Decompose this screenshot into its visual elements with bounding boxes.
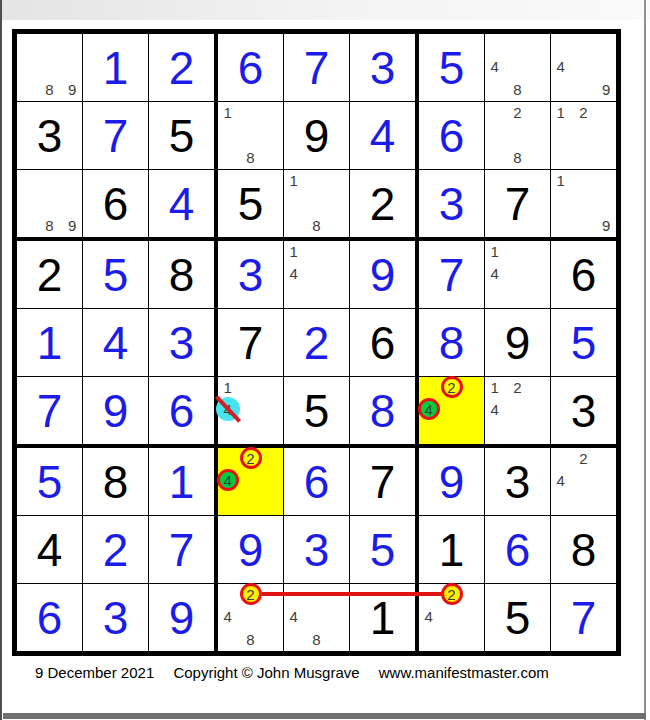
solved-digit: 4 bbox=[103, 320, 129, 366]
cell-r8c9[interactable]: 8 bbox=[551, 516, 616, 584]
cell-r9c2[interactable]: 3 bbox=[83, 584, 149, 651]
cell-r3c5[interactable]: 18 bbox=[284, 170, 350, 241]
cell-r4c7[interactable]: 7 bbox=[419, 241, 485, 309]
candidate-4: 4 bbox=[290, 265, 298, 282]
candidate-9: 9 bbox=[68, 80, 76, 97]
cell-r7c6[interactable]: 7 bbox=[350, 448, 419, 516]
cell-r9c8[interactable]: 5 bbox=[485, 584, 551, 651]
candidate-4: 4 bbox=[557, 58, 565, 75]
solved-digit: 5 bbox=[370, 527, 396, 573]
cell-r6c3[interactable]: 6 bbox=[149, 377, 218, 448]
solved-digit: 7 bbox=[103, 113, 129, 159]
given-digit: 5 bbox=[304, 388, 330, 434]
solved-digit: 6 bbox=[238, 45, 264, 91]
cell-r6c1[interactable]: 7 bbox=[17, 377, 83, 448]
candidate-1: 1 bbox=[290, 172, 298, 189]
cell-r4c8[interactable]: 14 bbox=[485, 241, 551, 309]
solved-digit: 3 bbox=[370, 45, 396, 91]
cell-r3c7[interactable]: 3 bbox=[419, 170, 485, 241]
candidate-1: 1 bbox=[557, 104, 565, 121]
solved-digit: 2 bbox=[304, 320, 330, 366]
cell-r7c9[interactable]: 24 bbox=[551, 448, 616, 516]
cell-r1c5[interactable]: 7 bbox=[284, 34, 350, 102]
given-digit: 9 bbox=[304, 113, 330, 159]
cell-r5c8[interactable]: 9 bbox=[485, 309, 551, 377]
cell-r5c6[interactable]: 6 bbox=[350, 309, 419, 377]
cell-r6c8[interactable]: 124 bbox=[485, 377, 551, 448]
given-digit: 1 bbox=[439, 527, 465, 573]
cell-r3c3[interactable]: 4 bbox=[149, 170, 218, 241]
candidate-8: 8 bbox=[246, 630, 254, 647]
cell-r9c9[interactable]: 7 bbox=[551, 584, 616, 651]
solved-digit: 3 bbox=[238, 252, 264, 298]
candidate-1: 1 bbox=[491, 243, 499, 260]
cell-r5c2[interactable]: 4 bbox=[83, 309, 149, 377]
cell-r2c7[interactable]: 6 bbox=[419, 102, 485, 170]
solved-digit: 9 bbox=[103, 388, 129, 434]
given-digit: 8 bbox=[571, 527, 597, 573]
given-digit: 7 bbox=[238, 320, 264, 366]
solved-digit: 5 bbox=[439, 45, 465, 91]
candidate-2: 2 bbox=[513, 104, 521, 121]
candidate-2: 2 bbox=[246, 450, 254, 467]
solved-digit: 3 bbox=[169, 320, 195, 366]
solved-digit: 6 bbox=[37, 595, 63, 641]
cell-r3c1[interactable]: 89 bbox=[17, 170, 83, 241]
solved-digit: 7 bbox=[439, 252, 465, 298]
candidate-8: 8 bbox=[513, 80, 521, 97]
given-digit: 5 bbox=[169, 113, 195, 159]
candidate-4: 4 bbox=[290, 608, 298, 625]
given-digit: 6 bbox=[103, 181, 129, 227]
solved-digit: 6 bbox=[439, 113, 465, 159]
cell-r5c7[interactable]: 8 bbox=[419, 309, 485, 377]
window-bottom-border bbox=[3, 713, 646, 719]
cell-r8c1[interactable]: 4 bbox=[17, 516, 83, 584]
cell-r7c5[interactable]: 6 bbox=[284, 448, 350, 516]
candidate-8: 8 bbox=[246, 148, 254, 165]
cell-r6c9[interactable]: 3 bbox=[551, 377, 616, 448]
solved-digit: 8 bbox=[370, 388, 396, 434]
candidate-4: 4 bbox=[224, 472, 232, 489]
footer-website-link[interactable]: www.manifestmaster.com bbox=[379, 664, 549, 681]
solved-digit: 7 bbox=[37, 388, 63, 434]
solved-digit: 9 bbox=[370, 252, 396, 298]
given-digit: 9 bbox=[505, 320, 531, 366]
given-digit: 1 bbox=[370, 595, 396, 641]
cell-r1c3[interactable]: 2 bbox=[149, 34, 218, 102]
cell-r3c2[interactable]: 6 bbox=[83, 170, 149, 241]
given-digit: 6 bbox=[571, 252, 597, 298]
solved-digit: 9 bbox=[238, 527, 264, 573]
given-digit: 8 bbox=[103, 459, 129, 505]
cell-r7c7[interactable]: 9 bbox=[419, 448, 485, 516]
window-right-border bbox=[644, 0, 646, 720]
solved-digit: 5 bbox=[37, 459, 63, 505]
cell-r7c2[interactable]: 8 bbox=[83, 448, 149, 516]
solved-digit: 3 bbox=[439, 181, 465, 227]
candidate-2: 2 bbox=[579, 104, 587, 121]
candidate-8: 8 bbox=[45, 80, 53, 97]
cell-r1c8[interactable]: 48 bbox=[485, 34, 551, 102]
candidate-9: 9 bbox=[602, 216, 610, 233]
window-left-border bbox=[0, 0, 2, 720]
cell-r5c4[interactable]: 7 bbox=[218, 309, 284, 377]
cell-r7c4[interactable]: 24 bbox=[218, 448, 284, 516]
cell-r9c1[interactable]: 6 bbox=[17, 584, 83, 651]
chain-link-line bbox=[262, 592, 441, 596]
cell-r6c7[interactable]: 24 bbox=[419, 377, 485, 448]
cell-r5c5[interactable]: 2 bbox=[284, 309, 350, 377]
cell-r1c6[interactable]: 3 bbox=[350, 34, 419, 102]
solved-digit: 6 bbox=[505, 527, 531, 573]
cell-r5c9[interactable]: 5 bbox=[551, 309, 616, 377]
given-digit: 7 bbox=[505, 181, 531, 227]
given-digit: 3 bbox=[571, 388, 597, 434]
cell-r9c3[interactable]: 9 bbox=[149, 584, 218, 651]
solved-digit: 5 bbox=[103, 252, 129, 298]
given-digit: 5 bbox=[505, 595, 531, 641]
solved-digit: 1 bbox=[169, 459, 195, 505]
candidate-1: 1 bbox=[224, 104, 232, 121]
cell-r8c2[interactable]: 2 bbox=[83, 516, 149, 584]
solved-digit: 4 bbox=[370, 113, 396, 159]
cell-r4c3[interactable]: 8 bbox=[149, 241, 218, 309]
cell-r8c5[interactable]: 3 bbox=[284, 516, 350, 584]
solved-digit: 9 bbox=[169, 595, 195, 641]
cell-r3c6[interactable]: 2 bbox=[350, 170, 419, 241]
cell-r8c4[interactable]: 9 bbox=[218, 516, 284, 584]
cell-r1c4[interactable]: 6 bbox=[218, 34, 284, 102]
candidate-8: 8 bbox=[312, 216, 320, 233]
cell-r2c1[interactable]: 3 bbox=[17, 102, 83, 170]
candidate-4: 4 bbox=[224, 608, 232, 625]
candidate-4: 4 bbox=[557, 472, 565, 489]
cell-r2c5[interactable]: 9 bbox=[284, 102, 350, 170]
cell-r1c7[interactable]: 5 bbox=[419, 34, 485, 102]
solved-digit: 2 bbox=[169, 45, 195, 91]
cell-r2c6[interactable]: 4 bbox=[350, 102, 419, 170]
candidate-1: 1 bbox=[224, 379, 232, 396]
cell-r2c8[interactable]: 28 bbox=[485, 102, 551, 170]
cell-r4c9[interactable]: 6 bbox=[551, 241, 616, 309]
cell-r1c9[interactable]: 49 bbox=[551, 34, 616, 102]
candidate-8: 8 bbox=[312, 630, 320, 647]
cell-r8c6[interactable]: 5 bbox=[350, 516, 419, 584]
candidate-2: 2 bbox=[579, 450, 587, 467]
cell-r4c5[interactable]: 14 bbox=[284, 241, 350, 309]
given-digit: 2 bbox=[370, 181, 396, 227]
cell-r2c2[interactable]: 7 bbox=[83, 102, 149, 170]
candidate-4: 4 bbox=[425, 608, 433, 625]
candidate-1: 1 bbox=[491, 379, 499, 396]
cell-r3c4[interactable]: 5 bbox=[218, 170, 284, 241]
cell-r7c8[interactable]: 3 bbox=[485, 448, 551, 516]
candidate-1: 1 bbox=[290, 243, 298, 260]
candidate-9: 9 bbox=[68, 216, 76, 233]
candidate-9: 9 bbox=[602, 80, 610, 97]
solved-digit: 7 bbox=[571, 595, 597, 641]
solved-digit: 9 bbox=[439, 459, 465, 505]
candidate-2: 2 bbox=[447, 379, 455, 396]
solved-digit: 7 bbox=[169, 527, 195, 573]
solved-digit: 4 bbox=[169, 181, 195, 227]
cell-r6c6[interactable]: 8 bbox=[350, 377, 419, 448]
cell-r2c4[interactable]: 18 bbox=[218, 102, 284, 170]
candidate-8: 8 bbox=[513, 148, 521, 165]
given-digit: 2 bbox=[37, 252, 63, 298]
candidate-4: 4 bbox=[491, 58, 499, 75]
cell-r7c3[interactable]: 1 bbox=[149, 448, 218, 516]
candidate-2: 2 bbox=[447, 586, 455, 603]
cell-r7c1[interactable]: 5 bbox=[17, 448, 83, 516]
cell-r4c2[interactable]: 5 bbox=[83, 241, 149, 309]
solved-digit: 2 bbox=[103, 527, 129, 573]
given-digit: 3 bbox=[37, 113, 63, 159]
given-digit: 4 bbox=[37, 527, 63, 573]
cell-r3c8[interactable]: 7 bbox=[485, 170, 551, 241]
given-digit: 8 bbox=[169, 252, 195, 298]
cell-r6c2[interactable]: 9 bbox=[83, 377, 149, 448]
cell-r1c2[interactable]: 1 bbox=[83, 34, 149, 102]
cell-r4c4[interactable]: 3 bbox=[218, 241, 284, 309]
cell-r4c6[interactable]: 9 bbox=[350, 241, 419, 309]
candidate-2: 2 bbox=[246, 586, 254, 603]
given-digit: 5 bbox=[238, 181, 264, 227]
candidate-1: 1 bbox=[557, 172, 565, 189]
cell-r2c9[interactable]: 12 bbox=[551, 102, 616, 170]
cell-r6c5[interactable]: 5 bbox=[284, 377, 350, 448]
cell-r2c3[interactable]: 5 bbox=[149, 102, 218, 170]
solved-digit: 7 bbox=[304, 45, 330, 91]
candidate-2: 2 bbox=[513, 379, 521, 396]
cell-r3c9[interactable]: 19 bbox=[551, 170, 616, 241]
footer-date: 9 December 2021 bbox=[35, 664, 154, 681]
solved-digit: 8 bbox=[439, 320, 465, 366]
solved-digit: 1 bbox=[103, 45, 129, 91]
given-digit: 3 bbox=[505, 459, 531, 505]
cell-r1c1[interactable]: 89 bbox=[17, 34, 83, 102]
candidate-4: 4 bbox=[491, 265, 499, 282]
horizontal-scrollbar[interactable] bbox=[0, 0, 650, 20]
solved-digit: 1 bbox=[37, 320, 63, 366]
solved-digit: 5 bbox=[571, 320, 597, 366]
solved-digit: 3 bbox=[304, 527, 330, 573]
cell-r4c1[interactable]: 2 bbox=[17, 241, 83, 309]
given-digit: 6 bbox=[370, 320, 396, 366]
solved-digit: 6 bbox=[304, 459, 330, 505]
cell-r8c8[interactable]: 6 bbox=[485, 516, 551, 584]
given-digit: 7 bbox=[370, 459, 396, 505]
cell-r6c4[interactable]: 14 bbox=[218, 377, 284, 448]
cell-r8c7[interactable]: 1 bbox=[419, 516, 485, 584]
cell-r8c3[interactable]: 7 bbox=[149, 516, 218, 584]
sudoku-board: 8912673548493751894628128964518237192583… bbox=[12, 29, 621, 656]
cell-r5c1[interactable]: 1 bbox=[17, 309, 83, 377]
solved-digit: 3 bbox=[103, 595, 129, 641]
candidate-4: 4 bbox=[425, 401, 433, 418]
cell-r5c3[interactable]: 3 bbox=[149, 309, 218, 377]
candidate-8: 8 bbox=[45, 216, 53, 233]
candidate-4: 4 bbox=[491, 401, 499, 418]
solved-digit: 6 bbox=[169, 388, 195, 434]
footer-copyright: Copyright © John Musgrave bbox=[173, 664, 359, 681]
footer: 9 December 2021 Copyright © John Musgrav… bbox=[35, 664, 564, 681]
